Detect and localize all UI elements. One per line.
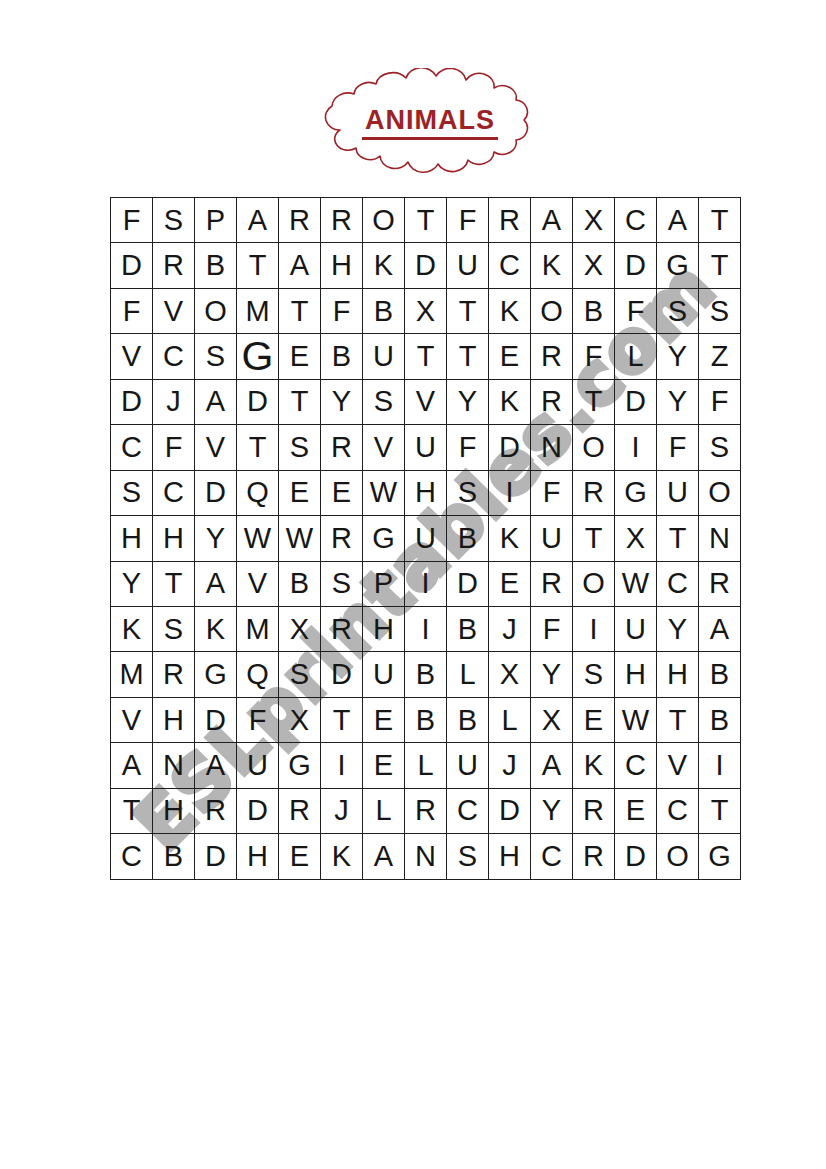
grid-cell[interactable]: Y [657,380,699,425]
grid-cell[interactable]: C [153,334,195,379]
grid-cell[interactable]: X [279,607,321,652]
grid-cell[interactable]: C [111,425,153,470]
grid-cell[interactable]: A [237,198,279,243]
grid-cell[interactable]: T [153,562,195,607]
grid-cell[interactable]: H [153,698,195,743]
grid-cell[interactable]: D [321,652,363,697]
grid-cell[interactable]: D [489,789,531,834]
grid-cell[interactable]: M [237,607,279,652]
grid-cell[interactable]: A [279,243,321,288]
grid-cell[interactable]: R [321,607,363,652]
grid-cell[interactable]: T [657,516,699,561]
grid-cell[interactable]: Q [237,471,279,516]
grid-cell[interactable]: R [153,652,195,697]
grid-cell[interactable]: C [657,789,699,834]
grid-cell[interactable]: R [321,198,363,243]
grid-cell[interactable]: Y [657,334,699,379]
grid-cell[interactable]: D [237,789,279,834]
grid-cell[interactable]: R [531,562,573,607]
grid-cell[interactable]: E [279,334,321,379]
grid-cell[interactable]: H [405,471,447,516]
grid-cell[interactable]: F [447,425,489,470]
grid-cell[interactable]: H [489,834,531,879]
grid-cell[interactable]: L [405,743,447,788]
grid-cell[interactable]: Y [657,607,699,652]
grid-cell[interactable]: G [615,471,657,516]
grid-cell[interactable]: A [195,380,237,425]
grid-cell[interactable]: I [699,743,741,788]
grid-cell[interactable]: A [195,743,237,788]
grid-cell[interactable]: D [615,834,657,879]
grid-cell[interactable]: D [489,425,531,470]
grid-cell[interactable]: F [615,289,657,334]
grid-cell[interactable]: N [153,743,195,788]
grid-cell[interactable]: S [699,425,741,470]
grid-cell[interactable]: U [237,743,279,788]
grid-cell[interactable]: X [405,289,447,334]
grid-cell[interactable]: U [447,243,489,288]
grid-cell[interactable]: R [531,380,573,425]
grid-cell[interactable]: G [657,243,699,288]
grid-cell[interactable]: V [111,334,153,379]
grid-cell[interactable]: V [405,380,447,425]
grid-cell[interactable]: W [279,516,321,561]
grid-cell[interactable]: E [489,334,531,379]
grid-cell[interactable]: O [573,562,615,607]
grid-cell[interactable]: S [153,198,195,243]
grid-cell[interactable]: D [405,243,447,288]
grid-cell[interactable]: C [153,471,195,516]
grid-cell[interactable]: U [657,471,699,516]
grid-cell[interactable]: B [447,607,489,652]
grid-cell[interactable]: L [447,652,489,697]
grid-cell[interactable]: F [657,425,699,470]
grid-cell[interactable]: B [405,652,447,697]
grid-cell[interactable]: Y [111,562,153,607]
grid-cell[interactable]: O [531,289,573,334]
grid-cell[interactable]: V [657,743,699,788]
grid-cell[interactable]: S [111,471,153,516]
grid-cell[interactable]: R [321,425,363,470]
grid-cell[interactable]: K [489,380,531,425]
grid-cell[interactable]: Q [237,652,279,697]
grid-cell[interactable]: B [699,698,741,743]
grid-cell[interactable]: H [615,652,657,697]
grid-cell[interactable]: J [153,380,195,425]
grid-cell[interactable]: Y [531,652,573,697]
grid-cell[interactable]: T [405,198,447,243]
grid-cell[interactable]: H [153,516,195,561]
grid-cell[interactable]: F [531,607,573,652]
grid-cell[interactable]: V [237,562,279,607]
grid-cell[interactable]: B [573,289,615,334]
grid-cell[interactable]: T [321,698,363,743]
grid-cell[interactable]: S [447,471,489,516]
grid-cell[interactable]: K [531,243,573,288]
grid-cell[interactable]: D [237,380,279,425]
grid-cell[interactable]: T [405,334,447,379]
grid-cell[interactable]: I [405,607,447,652]
grid-cell[interactable]: Y [321,380,363,425]
grid-cell[interactable]: B [195,243,237,288]
puzzle-title: ANIMALS [362,106,498,140]
grid-cell[interactable]: A [111,743,153,788]
grid-cell[interactable]: B [699,652,741,697]
grid-cell[interactable]: D [615,243,657,288]
grid-cell[interactable]: I [489,471,531,516]
grid-cell[interactable]: D [615,380,657,425]
grid-cell[interactable]: T [447,334,489,379]
grid-cell[interactable]: F [321,289,363,334]
grid-cell[interactable]: E [321,471,363,516]
grid-cell[interactable]: R [153,243,195,288]
grid-cell[interactable]: I [405,562,447,607]
grid-cell[interactable]: I [573,607,615,652]
grid-cell[interactable]: M [237,289,279,334]
grid-cell[interactable]: F [573,334,615,379]
grid-cell[interactable]: S [363,380,405,425]
grid-cell[interactable]: E [363,698,405,743]
grid-cell[interactable]: E [279,834,321,879]
grid-cell[interactable]: K [489,516,531,561]
grid-cell[interactable]: K [111,607,153,652]
grid-cell[interactable]: A [657,198,699,243]
grid-cell[interactable]: T [111,789,153,834]
grid-cell[interactable]: B [447,698,489,743]
grid-cell[interactable]: J [489,743,531,788]
grid-cell[interactable]: S [699,289,741,334]
grid-cell[interactable]: R [489,198,531,243]
grid-cell[interactable]: N [699,516,741,561]
grid-cell[interactable]: F [699,380,741,425]
grid-cell[interactable]: X [279,698,321,743]
grid-cell[interactable]: Y [531,789,573,834]
grid-cell[interactable]: P [363,562,405,607]
grid-cell[interactable]: B [321,334,363,379]
grid-cell[interactable]: B [153,834,195,879]
grid-cell[interactable]: K [573,743,615,788]
grid-cell[interactable]: B [363,289,405,334]
grid-cell[interactable]: Y [447,380,489,425]
grid-cell[interactable]: H [153,789,195,834]
grid-cell[interactable]: L [615,334,657,379]
grid-cell[interactable]: C [615,743,657,788]
grid-cell[interactable]: L [489,698,531,743]
grid-cell[interactable]: H [237,834,279,879]
grid-cell[interactable]: Y [195,516,237,561]
grid-cell[interactable]: V [111,698,153,743]
grid-cell[interactable]: O [573,425,615,470]
grid-cell[interactable]: C [447,789,489,834]
grid-cell[interactable]: T [237,425,279,470]
grid-cell[interactable]: D [111,380,153,425]
grid-cell[interactable]: X [489,652,531,697]
grid-cell[interactable]: B [447,516,489,561]
grid-cell[interactable]: W [237,516,279,561]
grid-cell[interactable]: J [321,789,363,834]
grid-cell[interactable]: E [615,789,657,834]
grid-cell[interactable]: R [195,789,237,834]
grid-cell[interactable]: R [279,789,321,834]
grid-cell[interactable]: R [573,471,615,516]
grid-cell[interactable]: F [111,198,153,243]
grid-cell[interactable]: W [615,698,657,743]
grid-cell[interactable]: F [153,425,195,470]
grid-cell[interactable]: D [195,471,237,516]
grid-cell[interactable]: G [699,834,741,879]
grid-cell[interactable]: V [153,289,195,334]
grid-cell[interactable]: E [279,471,321,516]
grid-cell[interactable]: F [237,698,279,743]
grid-cell[interactable]: D [195,698,237,743]
grid-cell[interactable]: K [195,607,237,652]
grid-cell[interactable]: J [489,607,531,652]
grid-cell[interactable]: S [195,334,237,379]
grid-cell[interactable]: T [573,516,615,561]
grid-cell[interactable]: L [363,789,405,834]
grid-cell[interactable]: B [405,698,447,743]
grid-cell[interactable]: R [699,562,741,607]
grid-cell[interactable]: A [531,743,573,788]
grid-cell[interactable]: C [489,243,531,288]
grid-cell[interactable]: T [699,198,741,243]
grid-cell[interactable]: U [363,652,405,697]
grid-cell[interactable]: F [111,289,153,334]
grid-cell[interactable]: O [363,198,405,243]
grid-cell[interactable]: R [531,334,573,379]
grid-cell[interactable]: U [405,516,447,561]
grid-cell[interactable]: K [321,834,363,879]
grid-cell[interactable]: R [321,516,363,561]
grid-cell[interactable]: G [363,516,405,561]
grid-cell[interactable]: H [363,607,405,652]
grid-cell[interactable]: T [699,243,741,288]
grid-cell[interactable]: U [447,743,489,788]
grid-cell[interactable]: E [573,698,615,743]
grid-cell[interactable]: N [531,425,573,470]
grid-cell[interactable]: A [699,607,741,652]
grid-cell[interactable]: H [321,243,363,288]
grid-cell[interactable]: N [405,834,447,879]
grid-cell[interactable]: G [237,334,279,379]
grid-cell[interactable]: X [573,243,615,288]
grid-cell[interactable]: R [279,198,321,243]
grid-cell[interactable]: A [363,834,405,879]
grid-cell[interactable]: I [615,425,657,470]
grid-cell[interactable]: I [321,743,363,788]
grid-cell[interactable]: H [657,652,699,697]
grid-cell[interactable]: W [363,471,405,516]
grid-cell[interactable]: O [657,834,699,879]
grid-cell[interactable]: H [111,516,153,561]
grid-cell[interactable]: X [531,698,573,743]
grid-cell[interactable]: F [447,198,489,243]
grid-cell[interactable]: X [615,516,657,561]
grid-cell[interactable]: U [531,516,573,561]
grid-cell[interactable]: M [111,652,153,697]
grid-cell[interactable]: U [363,334,405,379]
grid-cell[interactable]: Z [699,334,741,379]
grid-cell[interactable]: V [363,425,405,470]
grid-cell[interactable]: K [489,289,531,334]
grid-cell[interactable]: D [111,243,153,288]
grid-cell[interactable]: T [447,289,489,334]
grid-cell[interactable]: V [195,425,237,470]
grid-cell[interactable]: B [279,562,321,607]
grid-cell[interactable]: P [195,198,237,243]
grid-cell[interactable]: A [195,562,237,607]
grid-cell[interactable]: C [531,834,573,879]
grid-cell[interactable]: E [363,743,405,788]
grid-cell[interactable]: S [573,652,615,697]
grid-cell[interactable]: T [699,789,741,834]
grid-cell[interactable]: S [279,652,321,697]
grid-cell[interactable]: S [153,607,195,652]
grid-cell[interactable]: S [279,425,321,470]
grid-cell[interactable]: E [489,562,531,607]
grid-cell[interactable]: T [279,289,321,334]
grid-cell[interactable]: T [573,380,615,425]
grid-cell[interactable]: C [657,562,699,607]
grid-cell[interactable]: D [195,834,237,879]
grid-cell[interactable]: R [573,789,615,834]
grid-cell[interactable]: T [279,380,321,425]
grid-cell[interactable]: T [657,698,699,743]
grid-cell[interactable]: S [657,289,699,334]
grid-cell[interactable]: U [405,425,447,470]
grid-cell[interactable]: U [615,607,657,652]
grid-cell[interactable]: C [615,198,657,243]
grid-cell[interactable]: X [573,198,615,243]
grid-cell[interactable]: D [447,562,489,607]
grid-cell[interactable]: K [363,243,405,288]
grid-cell[interactable]: F [531,471,573,516]
grid-cell[interactable]: C [111,834,153,879]
grid-cell[interactable]: O [699,471,741,516]
grid-cell[interactable]: A [531,198,573,243]
grid-cell[interactable]: R [573,834,615,879]
grid-cell[interactable]: O [195,289,237,334]
grid-cell[interactable]: R [405,789,447,834]
title-cloud: ANIMALS [318,68,542,176]
grid-cell[interactable]: W [615,562,657,607]
word-search-grid: FSPARROTFRAXCATDRBTAHKDUCKXDGTFVOMTFBXTK… [110,197,741,880]
grid-cell[interactable]: G [195,652,237,697]
grid-cell[interactable]: T [237,243,279,288]
grid-cell[interactable]: G [279,743,321,788]
grid-cell[interactable]: S [447,834,489,879]
grid-cell[interactable]: S [321,562,363,607]
